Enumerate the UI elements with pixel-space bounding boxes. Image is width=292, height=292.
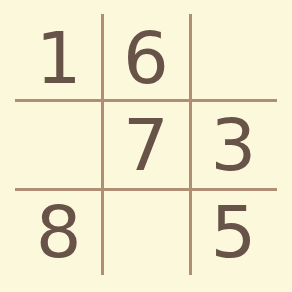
sudoku-cell-r2c2[interactable]: 7 <box>102 101 189 188</box>
sudoku-cell-r3c2[interactable] <box>102 188 189 275</box>
sudoku-cell-r2c3[interactable]: 3 <box>190 101 277 188</box>
sudoku-cell-r1c3[interactable] <box>190 14 277 101</box>
sudoku-cell-r1c1[interactable]: 1 <box>15 14 102 101</box>
sudoku-cell-r3c3[interactable]: 5 <box>190 188 277 275</box>
sudoku-cell-r3c1[interactable]: 8 <box>15 188 102 275</box>
sudoku-board: 1 6 7 3 8 5 <box>15 14 277 275</box>
sudoku-cell-r1c2[interactable]: 6 <box>102 14 189 101</box>
sudoku-cell-r2c1[interactable] <box>15 101 102 188</box>
sudoku-cells: 1 6 7 3 8 5 <box>15 14 277 275</box>
